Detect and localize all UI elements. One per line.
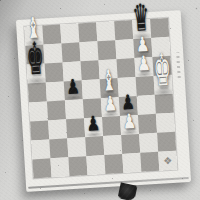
square-f6 bbox=[116, 58, 135, 78]
square-e4 bbox=[101, 97, 120, 117]
square-d4 bbox=[83, 98, 102, 118]
square-c7 bbox=[61, 42, 80, 62]
square-h1: ❖ bbox=[158, 151, 177, 171]
square-h4 bbox=[155, 94, 174, 114]
square-h5 bbox=[154, 75, 173, 95]
maker-emblem-icon: ❖ bbox=[163, 155, 173, 166]
square-c3 bbox=[66, 118, 85, 138]
square-c5 bbox=[64, 80, 83, 100]
square-c6 bbox=[63, 61, 82, 81]
square-e1 bbox=[104, 154, 123, 174]
square-c8 bbox=[60, 23, 79, 43]
square-h3 bbox=[156, 113, 175, 133]
chess-board: ❖ bbox=[24, 18, 177, 179]
square-h2 bbox=[157, 132, 176, 152]
square-b2 bbox=[49, 138, 68, 158]
square-f8 bbox=[114, 20, 133, 40]
square-a3 bbox=[30, 120, 49, 140]
border-marking bbox=[176, 52, 181, 78]
square-h8 bbox=[150, 18, 169, 38]
square-d7 bbox=[79, 41, 98, 61]
square-a6 bbox=[27, 64, 46, 84]
square-g7 bbox=[133, 38, 152, 58]
square-d2 bbox=[85, 136, 104, 156]
square-b7 bbox=[43, 43, 62, 63]
square-d8 bbox=[78, 22, 97, 42]
square-a7 bbox=[25, 45, 44, 65]
square-f7 bbox=[115, 39, 134, 59]
square-c2 bbox=[67, 137, 86, 157]
square-f5 bbox=[118, 77, 137, 97]
board-frame: ❖ ♝♛♟♚♟♟♝♚♟♟♟♟ bbox=[16, 10, 191, 192]
square-d6 bbox=[81, 60, 100, 80]
square-a8 bbox=[24, 26, 43, 46]
square-e6 bbox=[99, 59, 118, 79]
square-f4 bbox=[119, 96, 138, 116]
square-b3 bbox=[48, 119, 67, 139]
offboard-captured-piece bbox=[118, 182, 138, 200]
square-g5 bbox=[136, 76, 155, 96]
square-e3 bbox=[102, 116, 121, 136]
square-g8 bbox=[132, 19, 151, 39]
dust-specks bbox=[0, 0, 1, 1]
square-b8 bbox=[42, 24, 61, 44]
square-g2 bbox=[139, 133, 158, 153]
square-c1 bbox=[68, 156, 87, 176]
square-e2 bbox=[103, 135, 122, 155]
square-b6 bbox=[45, 62, 64, 82]
square-f1 bbox=[122, 153, 141, 173]
square-a5 bbox=[28, 82, 47, 102]
square-b4 bbox=[47, 100, 66, 120]
photo-of-chessboard: ❖ ♝♛♟♚♟♟♝♚♟♟♟♟ bbox=[0, 0, 200, 200]
square-d1 bbox=[86, 155, 105, 175]
square-e5 bbox=[100, 78, 119, 98]
square-e7 bbox=[97, 40, 116, 60]
square-e8 bbox=[96, 21, 115, 41]
square-h6 bbox=[152, 56, 171, 76]
square-a2 bbox=[31, 139, 50, 159]
square-b1 bbox=[50, 157, 69, 177]
square-d5 bbox=[82, 79, 101, 99]
square-h7 bbox=[151, 37, 170, 57]
chessboard-scene: ❖ ♝♛♟♚♟♟♝♚♟♟♟♟ bbox=[16, 10, 191, 192]
square-a1 bbox=[32, 158, 51, 178]
square-a4 bbox=[29, 101, 48, 121]
square-g4 bbox=[137, 95, 156, 115]
square-b5 bbox=[46, 81, 65, 101]
square-f3 bbox=[120, 115, 139, 135]
square-c4 bbox=[65, 99, 84, 119]
square-f2 bbox=[121, 134, 140, 154]
square-g1 bbox=[140, 152, 159, 172]
square-d3 bbox=[84, 117, 103, 137]
square-g6 bbox=[134, 57, 153, 77]
square-g3 bbox=[138, 114, 157, 134]
